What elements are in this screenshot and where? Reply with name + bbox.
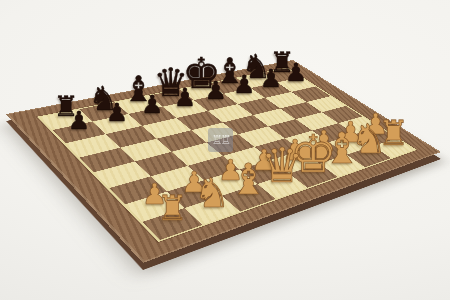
chessboard	[6, 60, 441, 263]
chess-photo-stage: ♜♞♝♛♚♝♞♜♟♟♟♟♟♟♟♟♟♟♟♟♟♟♟♟♜♞♝♛♚♝♞♜ ♖♖	[0, 0, 450, 300]
watermark: ♖♖	[208, 128, 233, 152]
watermark-glyphs: ♖♖	[212, 133, 230, 147]
